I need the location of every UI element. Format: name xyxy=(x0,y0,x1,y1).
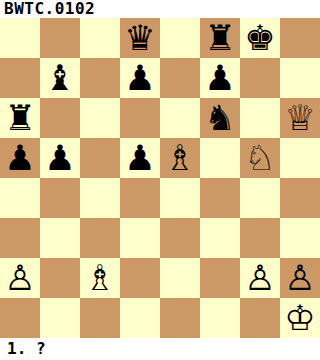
black-rook: ♜ xyxy=(4,98,35,138)
square-b4[interactable] xyxy=(40,178,80,218)
square-e4[interactable] xyxy=(160,178,200,218)
square-c1[interactable] xyxy=(80,298,120,338)
square-f3[interactable] xyxy=(200,218,240,258)
square-g4[interactable] xyxy=(240,178,280,218)
white-pawn: ♙ xyxy=(4,258,35,298)
square-g5[interactable]: ♘ xyxy=(240,138,280,178)
square-e3[interactable] xyxy=(160,218,200,258)
square-d8[interactable]: ♛ xyxy=(120,18,160,58)
square-g6[interactable] xyxy=(240,98,280,138)
square-g2[interactable]: ♙ xyxy=(240,258,280,298)
square-g7[interactable] xyxy=(240,58,280,98)
square-f6[interactable]: ♞ xyxy=(200,98,240,138)
white-king: ♔ xyxy=(284,298,315,338)
square-e6[interactable] xyxy=(160,98,200,138)
square-e8[interactable] xyxy=(160,18,200,58)
square-a1[interactable] xyxy=(0,298,40,338)
square-f4[interactable] xyxy=(200,178,240,218)
square-h5[interactable] xyxy=(280,138,320,178)
white-bishop: ♗ xyxy=(84,258,115,298)
square-b1[interactable] xyxy=(40,298,80,338)
square-d3[interactable] xyxy=(120,218,160,258)
square-h3[interactable] xyxy=(280,218,320,258)
black-king: ♚ xyxy=(244,18,275,58)
white-pawn: ♙ xyxy=(244,258,275,298)
puzzle-title: BWTC.0102 xyxy=(4,0,95,18)
black-pawn: ♟ xyxy=(124,138,155,178)
white-pawn: ♙ xyxy=(284,258,315,298)
square-b2[interactable] xyxy=(40,258,80,298)
move-prompt: 1. ? xyxy=(7,338,46,360)
square-b3[interactable] xyxy=(40,218,80,258)
white-knight: ♘ xyxy=(244,138,275,178)
square-c6[interactable] xyxy=(80,98,120,138)
square-c4[interactable] xyxy=(80,178,120,218)
square-d7[interactable]: ♟ xyxy=(120,58,160,98)
white-queen: ♕ xyxy=(284,98,315,138)
square-b6[interactable] xyxy=(40,98,80,138)
black-pawn: ♟ xyxy=(4,138,35,178)
square-h7[interactable] xyxy=(280,58,320,98)
square-d2[interactable] xyxy=(120,258,160,298)
black-pawn: ♟ xyxy=(44,138,75,178)
square-b7[interactable]: ♝ xyxy=(40,58,80,98)
square-c2[interactable]: ♗ xyxy=(80,258,120,298)
square-f7[interactable]: ♟ xyxy=(200,58,240,98)
square-g3[interactable] xyxy=(240,218,280,258)
square-h4[interactable] xyxy=(280,178,320,218)
square-a4[interactable] xyxy=(0,178,40,218)
square-g1[interactable] xyxy=(240,298,280,338)
square-d4[interactable] xyxy=(120,178,160,218)
square-d1[interactable] xyxy=(120,298,160,338)
square-e1[interactable] xyxy=(160,298,200,338)
square-c7[interactable] xyxy=(80,58,120,98)
square-d6[interactable] xyxy=(120,98,160,138)
square-b5[interactable]: ♟ xyxy=(40,138,80,178)
square-a2[interactable]: ♙ xyxy=(0,258,40,298)
square-b8[interactable] xyxy=(40,18,80,58)
chess-board: ♛♜♚♝♟♟♜♞♕♟♟♟♗♘♙♗♙♙♔ xyxy=(0,18,320,338)
square-a7[interactable] xyxy=(0,58,40,98)
square-f1[interactable] xyxy=(200,298,240,338)
square-c3[interactable] xyxy=(80,218,120,258)
square-c8[interactable] xyxy=(80,18,120,58)
square-h6[interactable]: ♕ xyxy=(280,98,320,138)
square-f2[interactable] xyxy=(200,258,240,298)
square-h8[interactable] xyxy=(280,18,320,58)
square-g8[interactable]: ♚ xyxy=(240,18,280,58)
square-c5[interactable] xyxy=(80,138,120,178)
black-rook: ♜ xyxy=(204,18,235,58)
square-d5[interactable]: ♟ xyxy=(120,138,160,178)
square-a8[interactable] xyxy=(0,18,40,58)
black-queen: ♛ xyxy=(124,18,155,58)
black-pawn: ♟ xyxy=(204,58,235,98)
square-e2[interactable] xyxy=(160,258,200,298)
square-f5[interactable] xyxy=(200,138,240,178)
black-knight: ♞ xyxy=(204,98,235,138)
square-f8[interactable]: ♜ xyxy=(200,18,240,58)
square-a5[interactable]: ♟ xyxy=(0,138,40,178)
square-a3[interactable] xyxy=(0,218,40,258)
square-e5[interactable]: ♗ xyxy=(160,138,200,178)
white-bishop: ♗ xyxy=(164,138,195,178)
square-a6[interactable]: ♜ xyxy=(0,98,40,138)
square-h2[interactable]: ♙ xyxy=(280,258,320,298)
square-e7[interactable] xyxy=(160,58,200,98)
chess-diagram-window: BWTC.0102 ♛♜♚♝♟♟♜♞♕♟♟♟♗♘♙♗♙♙♔ 1. ? xyxy=(0,0,320,360)
square-h1[interactable]: ♔ xyxy=(280,298,320,338)
black-pawn: ♟ xyxy=(124,58,155,98)
black-bishop: ♝ xyxy=(44,58,75,98)
